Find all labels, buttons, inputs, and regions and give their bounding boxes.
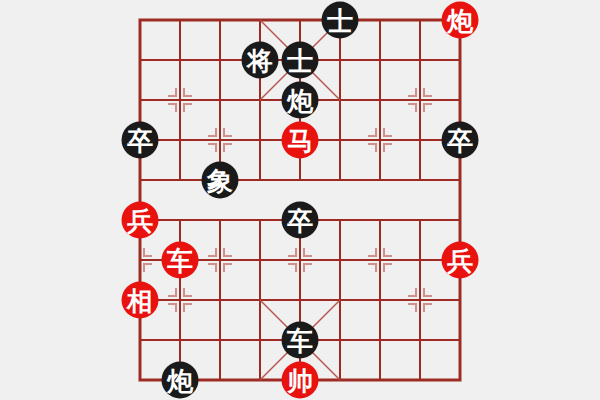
intersection-c4-r6[interactable] — [280, 240, 320, 280]
intersection-c1-r7[interactable] — [160, 280, 200, 320]
intersection-c7-r7[interactable] — [400, 280, 440, 320]
intersection-c0-r1[interactable] — [120, 40, 160, 80]
piece-red-horse[interactable]: 马 — [282, 122, 319, 159]
intersection-c5-r3[interactable] — [320, 120, 360, 160]
intersection-c7-r1[interactable] — [400, 40, 440, 80]
intersection-c3-r7[interactable] — [240, 280, 280, 320]
intersection-c6-r5[interactable] — [360, 200, 400, 240]
piece-black-cannon[interactable]: 炮 — [162, 362, 199, 399]
intersection-c5-r1[interactable] — [320, 40, 360, 80]
intersection-c3-r1[interactable]: 将 — [240, 40, 280, 80]
intersection-c8-r8[interactable] — [440, 320, 480, 360]
piece-red-chariot[interactable]: 车 — [162, 242, 199, 279]
intersection-c4-r5[interactable]: 卒 — [280, 200, 320, 240]
intersection-c5-r5[interactable] — [320, 200, 360, 240]
intersection-c0-r0[interactable] — [120, 0, 160, 40]
board-grid: 士炮将士炮卒马卒象兵卒车兵相车炮帅 — [120, 0, 480, 400]
intersection-c2-r6[interactable] — [200, 240, 240, 280]
intersection-c4-r7[interactable] — [280, 280, 320, 320]
intersection-c7-r3[interactable] — [400, 120, 440, 160]
piece-black-general[interactable]: 将 — [242, 42, 279, 79]
intersection-c1-r5[interactable] — [160, 200, 200, 240]
intersection-c6-r0[interactable] — [360, 0, 400, 40]
intersection-c6-r4[interactable] — [360, 160, 400, 200]
intersection-c2-r4[interactable]: 象 — [200, 160, 240, 200]
intersection-c0-r8[interactable] — [120, 320, 160, 360]
intersection-c7-r4[interactable] — [400, 160, 440, 200]
intersection-c7-r8[interactable] — [400, 320, 440, 360]
piece-black-elephant[interactable]: 象 — [202, 162, 239, 199]
intersection-c4-r8[interactable]: 车 — [280, 320, 320, 360]
intersection-c3-r2[interactable] — [240, 80, 280, 120]
intersection-c3-r8[interactable] — [240, 320, 280, 360]
intersection-c1-r6[interactable]: 车 — [160, 240, 200, 280]
intersection-c1-r8[interactable] — [160, 320, 200, 360]
intersection-c4-r4[interactable] — [280, 160, 320, 200]
intersection-c1-r0[interactable] — [160, 0, 200, 40]
intersection-c3-r0[interactable] — [240, 0, 280, 40]
intersection-c5-r9[interactable] — [320, 360, 360, 400]
intersection-c0-r5[interactable]: 兵 — [120, 200, 160, 240]
piece-black-pawn[interactable]: 卒 — [282, 202, 319, 239]
intersection-c3-r9[interactable] — [240, 360, 280, 400]
intersection-c5-r2[interactable] — [320, 80, 360, 120]
intersection-c7-r2[interactable] — [400, 80, 440, 120]
intersection-c0-r9[interactable] — [120, 360, 160, 400]
intersection-c7-r9[interactable] — [400, 360, 440, 400]
intersection-c5-r7[interactable] — [320, 280, 360, 320]
intersection-c6-r1[interactable] — [360, 40, 400, 80]
piece-black-chariot[interactable]: 车 — [282, 322, 319, 359]
intersection-c4-r1[interactable]: 士 — [280, 40, 320, 80]
intersection-c2-r0[interactable] — [200, 0, 240, 40]
piece-black-cannon[interactable]: 炮 — [282, 82, 319, 119]
piece-red-general[interactable]: 帅 — [282, 362, 319, 399]
piece-black-advisor[interactable]: 士 — [322, 2, 359, 39]
intersection-c5-r8[interactable] — [320, 320, 360, 360]
intersection-c0-r7[interactable]: 相 — [120, 280, 160, 320]
intersection-c1-r4[interactable] — [160, 160, 200, 200]
intersection-c3-r6[interactable] — [240, 240, 280, 280]
intersection-c2-r5[interactable] — [200, 200, 240, 240]
intersection-c7-r0[interactable] — [400, 0, 440, 40]
intersection-c2-r2[interactable] — [200, 80, 240, 120]
intersection-c0-r2[interactable] — [120, 80, 160, 120]
intersection-c3-r5[interactable] — [240, 200, 280, 240]
intersection-c4-r2[interactable]: 炮 — [280, 80, 320, 120]
piece-red-cannon[interactable]: 炮 — [442, 2, 479, 39]
piece-black-advisor[interactable]: 士 — [282, 42, 319, 79]
intersection-c8-r9[interactable] — [440, 360, 480, 400]
intersection-c3-r4[interactable] — [240, 160, 280, 200]
intersection-c4-r9[interactable]: 帅 — [280, 360, 320, 400]
intersection-c1-r3[interactable] — [160, 120, 200, 160]
intersection-c6-r2[interactable] — [360, 80, 400, 120]
piece-black-pawn[interactable]: 卒 — [442, 122, 479, 159]
intersection-c8-r2[interactable] — [440, 80, 480, 120]
intersection-c2-r1[interactable] — [200, 40, 240, 80]
intersection-c8-r6[interactable]: 兵 — [440, 240, 480, 280]
piece-red-pawn[interactable]: 兵 — [122, 202, 159, 239]
intersection-c8-r1[interactable] — [440, 40, 480, 80]
intersection-c5-r6[interactable] — [320, 240, 360, 280]
intersection-c4-r0[interactable] — [280, 0, 320, 40]
intersection-c6-r6[interactable] — [360, 240, 400, 280]
intersection-c8-r4[interactable] — [440, 160, 480, 200]
intersection-c2-r9[interactable] — [200, 360, 240, 400]
piece-red-pawn[interactable]: 兵 — [442, 242, 479, 279]
intersection-c5-r4[interactable] — [320, 160, 360, 200]
intersection-c1-r9[interactable]: 炮 — [160, 360, 200, 400]
xiangqi-board: 士炮将士炮卒马卒象兵卒车兵相车炮帅 — [0, 0, 600, 400]
intersection-c0-r3[interactable]: 卒 — [120, 120, 160, 160]
intersection-c8-r7[interactable] — [440, 280, 480, 320]
intersection-c6-r9[interactable] — [360, 360, 400, 400]
piece-red-elephant[interactable]: 相 — [122, 282, 159, 319]
intersection-c2-r8[interactable] — [200, 320, 240, 360]
intersection-c2-r3[interactable] — [200, 120, 240, 160]
intersection-c2-r7[interactable] — [200, 280, 240, 320]
intersection-c3-r3[interactable] — [240, 120, 280, 160]
intersection-c5-r0[interactable]: 士 — [320, 0, 360, 40]
intersection-c4-r3[interactable]: 马 — [280, 120, 320, 160]
intersection-c6-r3[interactable] — [360, 120, 400, 160]
intersection-c1-r2[interactable] — [160, 80, 200, 120]
intersection-c7-r5[interactable] — [400, 200, 440, 240]
intersection-c8-r0[interactable]: 炮 — [440, 0, 480, 40]
intersection-c1-r1[interactable] — [160, 40, 200, 80]
piece-black-pawn[interactable]: 卒 — [122, 122, 159, 159]
intersection-c0-r4[interactable] — [120, 160, 160, 200]
intersection-c6-r7[interactable] — [360, 280, 400, 320]
intersection-c8-r3[interactable]: 卒 — [440, 120, 480, 160]
intersection-c8-r5[interactable] — [440, 200, 480, 240]
intersection-c6-r8[interactable] — [360, 320, 400, 360]
intersection-c7-r6[interactable] — [400, 240, 440, 280]
intersection-c0-r6[interactable] — [120, 240, 160, 280]
